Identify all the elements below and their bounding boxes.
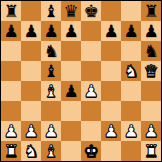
square-f8[interactable] (101, 1, 121, 21)
square-f1[interactable] (101, 141, 121, 161)
piece-white-king: ♚ (83, 141, 98, 161)
square-b1[interactable]: ♞ (21, 141, 41, 161)
square-b4[interactable] (21, 81, 41, 101)
piece-black-king: ♚ (83, 1, 98, 21)
square-e5[interactable] (81, 61, 101, 81)
square-c5[interactable]: ♝ (41, 61, 61, 81)
square-f6[interactable] (101, 41, 121, 61)
square-c8[interactable]: ♝ (41, 1, 61, 21)
square-b7[interactable]: ♟ (21, 21, 41, 41)
square-d6[interactable] (61, 41, 81, 61)
piece-white-rook: ♜ (143, 141, 158, 161)
square-a3[interactable] (1, 101, 21, 121)
piece-black-bishop: ♝ (43, 61, 58, 81)
piece-white-pawn: ♟ (23, 121, 38, 141)
square-e8[interactable]: ♚ (81, 1, 101, 21)
square-f3[interactable] (101, 101, 121, 121)
square-a6[interactable] (1, 41, 21, 61)
square-e4[interactable]: ♟ (81, 81, 101, 101)
square-h4[interactable] (141, 81, 161, 101)
square-g8[interactable] (121, 1, 141, 21)
square-c2[interactable]: ♟ (41, 121, 61, 141)
square-h2[interactable]: ♟ (141, 121, 161, 141)
piece-white-knight: ♞ (123, 61, 138, 81)
square-a7[interactable]: ♟ (1, 21, 21, 41)
square-d3[interactable] (61, 101, 81, 121)
square-c3[interactable] (41, 101, 61, 121)
square-e2[interactable] (81, 121, 101, 141)
piece-black-pawn: ♟ (143, 21, 158, 41)
piece-black-rook: ♜ (3, 1, 18, 21)
square-b3[interactable] (21, 101, 41, 121)
square-g6[interactable] (121, 41, 141, 61)
square-e3[interactable] (81, 101, 101, 121)
square-f2[interactable]: ♟ (101, 121, 121, 141)
piece-black-queen: ♛ (63, 1, 78, 21)
square-c1[interactable]: ♝ (41, 141, 61, 161)
square-g3[interactable] (121, 101, 141, 121)
piece-black-pawn: ♟ (103, 21, 118, 41)
piece-black-pawn: ♟ (23, 21, 38, 41)
piece-black-knight: ♞ (43, 41, 58, 61)
piece-white-pawn: ♟ (143, 121, 158, 141)
square-a4[interactable] (1, 81, 21, 101)
square-d4[interactable]: ♟ (61, 81, 81, 101)
square-f5[interactable] (101, 61, 121, 81)
square-f7[interactable]: ♟ (101, 21, 121, 41)
square-e7[interactable] (81, 21, 101, 41)
piece-black-pawn: ♟ (43, 21, 58, 41)
square-a1[interactable]: ♜ (1, 141, 21, 161)
piece-black-knight: ♞ (143, 41, 158, 61)
square-c7[interactable]: ♟ (41, 21, 61, 41)
square-g5[interactable]: ♞ (121, 61, 141, 81)
piece-white-bishop: ♝ (43, 81, 58, 101)
square-c4[interactable]: ♝ (41, 81, 61, 101)
piece-white-rook: ♜ (3, 141, 18, 161)
piece-white-queen: ♛ (143, 61, 158, 81)
square-g2[interactable]: ♟ (121, 121, 141, 141)
square-d2[interactable] (61, 121, 81, 141)
square-a2[interactable]: ♟ (1, 121, 21, 141)
square-h3[interactable] (141, 101, 161, 121)
piece-black-rook: ♜ (143, 1, 158, 21)
square-e1[interactable]: ♚ (81, 141, 101, 161)
square-g7[interactable]: ♟ (121, 21, 141, 41)
square-h6[interactable]: ♞ (141, 41, 161, 61)
piece-black-pawn: ♟ (63, 21, 78, 41)
square-f4[interactable] (101, 81, 121, 101)
piece-white-pawn: ♟ (3, 121, 18, 141)
square-d7[interactable]: ♟ (61, 21, 81, 41)
piece-black-bishop: ♝ (43, 1, 58, 21)
piece-white-pawn: ♟ (123, 121, 138, 141)
piece-black-pawn: ♟ (3, 21, 18, 41)
square-b8[interactable] (21, 1, 41, 21)
piece-black-pawn: ♟ (63, 81, 78, 101)
piece-white-bishop: ♝ (43, 141, 58, 161)
chess-board: ♜♝♛♚♜♟♟♟♟♟♟♟♞♞♝♞♛♝♟♟♟♟♟♟♟♟♜♞♝♚♜ (0, 0, 162, 162)
square-d5[interactable] (61, 61, 81, 81)
square-d1[interactable] (61, 141, 81, 161)
square-c6[interactable]: ♞ (41, 41, 61, 61)
square-d8[interactable]: ♛ (61, 1, 81, 21)
square-b6[interactable] (21, 41, 41, 61)
piece-white-knight: ♞ (23, 141, 38, 161)
square-h5[interactable]: ♛ (141, 61, 161, 81)
square-a8[interactable]: ♜ (1, 1, 21, 21)
piece-white-pawn: ♟ (43, 121, 58, 141)
square-e6[interactable] (81, 41, 101, 61)
square-h8[interactable]: ♜ (141, 1, 161, 21)
square-h7[interactable]: ♟ (141, 21, 161, 41)
piece-white-pawn: ♟ (83, 81, 98, 101)
square-b5[interactable] (21, 61, 41, 81)
piece-white-pawn: ♟ (103, 121, 118, 141)
piece-black-pawn: ♟ (123, 21, 138, 41)
square-a5[interactable] (1, 61, 21, 81)
square-g1[interactable] (121, 141, 141, 161)
square-h1[interactable]: ♜ (141, 141, 161, 161)
square-g4[interactable] (121, 81, 141, 101)
square-b2[interactable]: ♟ (21, 121, 41, 141)
